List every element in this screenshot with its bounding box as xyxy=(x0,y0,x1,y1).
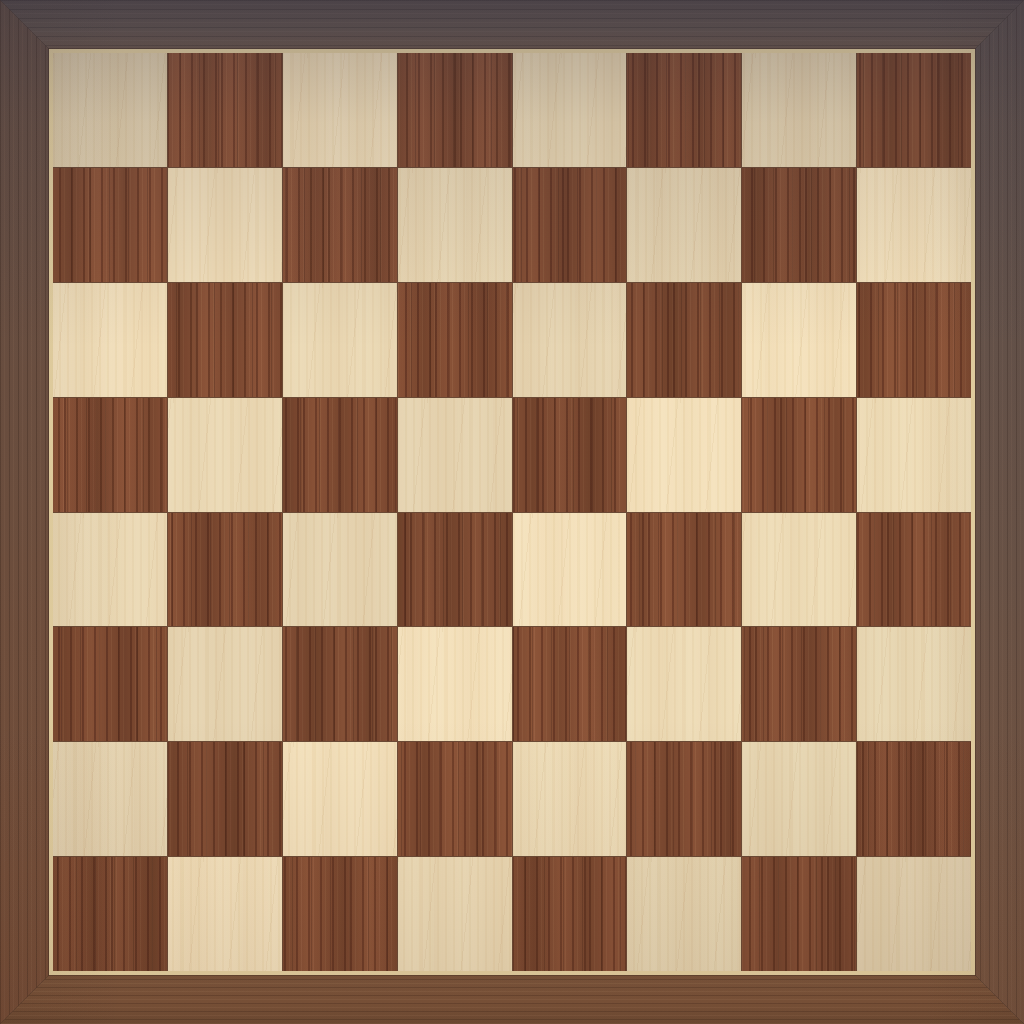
square-a1[interactable] xyxy=(53,857,167,971)
square-c3[interactable] xyxy=(283,627,397,741)
chess-board-photo xyxy=(0,0,1024,1024)
square-f7[interactable] xyxy=(627,168,741,282)
board-frame-top xyxy=(0,0,1024,53)
square-c2[interactable] xyxy=(283,742,397,856)
square-b4[interactable] xyxy=(168,513,282,627)
square-c7[interactable] xyxy=(283,168,397,282)
square-a5[interactable] xyxy=(53,398,167,512)
square-c5[interactable] xyxy=(283,398,397,512)
square-e4[interactable] xyxy=(513,513,627,627)
square-h3[interactable] xyxy=(857,627,971,741)
square-f2[interactable] xyxy=(627,742,741,856)
square-e5[interactable] xyxy=(513,398,627,512)
square-d6[interactable] xyxy=(398,283,512,397)
square-e6[interactable] xyxy=(513,283,627,397)
square-a6[interactable] xyxy=(53,283,167,397)
square-d2[interactable] xyxy=(398,742,512,856)
board-frame-bottom xyxy=(0,971,1024,1024)
square-d7[interactable] xyxy=(398,168,512,282)
square-h2[interactable] xyxy=(857,742,971,856)
square-g1[interactable] xyxy=(742,857,856,971)
chess-board xyxy=(53,53,971,971)
square-h6[interactable] xyxy=(857,283,971,397)
square-c6[interactable] xyxy=(283,283,397,397)
square-h1[interactable] xyxy=(857,857,971,971)
square-d4[interactable] xyxy=(398,513,512,627)
board-frame-right xyxy=(971,0,1024,1024)
square-h4[interactable] xyxy=(857,513,971,627)
square-g5[interactable] xyxy=(742,398,856,512)
board-frame-left xyxy=(0,0,53,1024)
square-a2[interactable] xyxy=(53,742,167,856)
square-e8[interactable] xyxy=(513,53,627,167)
square-c4[interactable] xyxy=(283,513,397,627)
square-e1[interactable] xyxy=(513,857,627,971)
square-g7[interactable] xyxy=(742,168,856,282)
square-g2[interactable] xyxy=(742,742,856,856)
square-f1[interactable] xyxy=(627,857,741,971)
square-f3[interactable] xyxy=(627,627,741,741)
square-b7[interactable] xyxy=(168,168,282,282)
square-a4[interactable] xyxy=(53,513,167,627)
square-f4[interactable] xyxy=(627,513,741,627)
square-h8[interactable] xyxy=(857,53,971,167)
square-c1[interactable] xyxy=(283,857,397,971)
square-d5[interactable] xyxy=(398,398,512,512)
square-d1[interactable] xyxy=(398,857,512,971)
square-a7[interactable] xyxy=(53,168,167,282)
square-g8[interactable] xyxy=(742,53,856,167)
square-h5[interactable] xyxy=(857,398,971,512)
square-f5[interactable] xyxy=(627,398,741,512)
square-e7[interactable] xyxy=(513,168,627,282)
square-b8[interactable] xyxy=(168,53,282,167)
square-d8[interactable] xyxy=(398,53,512,167)
square-g6[interactable] xyxy=(742,283,856,397)
square-e2[interactable] xyxy=(513,742,627,856)
square-b2[interactable] xyxy=(168,742,282,856)
square-g4[interactable] xyxy=(742,513,856,627)
square-b3[interactable] xyxy=(168,627,282,741)
square-d3[interactable] xyxy=(398,627,512,741)
square-a3[interactable] xyxy=(53,627,167,741)
square-b5[interactable] xyxy=(168,398,282,512)
square-g3[interactable] xyxy=(742,627,856,741)
square-f8[interactable] xyxy=(627,53,741,167)
square-a8[interactable] xyxy=(53,53,167,167)
square-h7[interactable] xyxy=(857,168,971,282)
square-e3[interactable] xyxy=(513,627,627,741)
square-b1[interactable] xyxy=(168,857,282,971)
square-b6[interactable] xyxy=(168,283,282,397)
square-c8[interactable] xyxy=(283,53,397,167)
square-f6[interactable] xyxy=(627,283,741,397)
